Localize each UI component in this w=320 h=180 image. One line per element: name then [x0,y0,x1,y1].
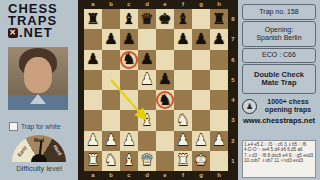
trap-type-line2: Mate Trap [243,79,315,88]
black-pawn-b7[interactable]: ♟ [104,32,117,47]
square-c3[interactable] [120,110,138,130]
black-bishop-f8[interactable]: ♝ [176,12,189,27]
square-h1[interactable] [210,151,228,171]
square-a7[interactable] [84,29,102,49]
square-f4[interactable] [174,90,192,110]
square-b7[interactable]: ♟ [102,29,120,49]
square-a8[interactable]: ♜ [84,9,102,29]
square-b1[interactable]: ♞ [102,151,120,171]
square-c2[interactable]: ♟ [120,131,138,151]
opening-name: Spanish Berlin [243,34,315,43]
square-a3[interactable] [84,110,102,130]
logo-suffix: .NET [19,27,53,39]
white-bishop-c1[interactable]: ♝ [122,153,135,168]
square-h8[interactable]: ♜ [210,9,228,29]
trap-for-white-checkbox[interactable] [9,122,18,131]
square-b8[interactable] [102,9,120,29]
square-a5[interactable] [84,70,102,90]
square-c5[interactable] [120,70,138,90]
site-logo: CHESS TRAPS ✕ .NET [8,3,78,39]
square-g6[interactable] [192,50,210,70]
square-g2[interactable]: ♟ [192,131,210,151]
square-f8[interactable]: ♝ [174,9,192,29]
square-c8[interactable]: ♝ [120,9,138,29]
square-h2[interactable]: ♟ [210,131,228,151]
white-knight-b1[interactable]: ♞ [104,153,117,168]
square-f7[interactable]: ♟ [174,29,192,49]
square-f3[interactable]: ♞ [174,110,192,130]
black-bishop-c8[interactable]: ♝ [122,12,135,27]
white-rook-a1[interactable]: ♜ [86,153,99,168]
brand-block: ♟ 1000+ chess opening traps www.chesstra… [242,98,316,125]
trap-number-box: Trap no. 158 [242,4,316,20]
opening-label: Opening: [243,26,315,35]
square-c6[interactable]: ♞ [120,50,138,70]
square-d4[interactable] [138,90,156,110]
white-pawn-c2[interactable]: ♟ [122,133,135,148]
square-c4[interactable] [120,90,138,110]
difficulty-gauge: Easy Med Hard [12,135,66,162]
square-f5[interactable] [174,70,192,90]
square-g7[interactable]: ♟ [192,29,210,49]
square-a6[interactable]: ♟ [84,50,102,70]
square-d7[interactable] [138,29,156,49]
square-e1[interactable] [156,151,174,171]
white-pawn-g2[interactable]: ♟ [194,133,207,148]
board-grid: ♜♝♛♚♝♜♟♟♟♟♟♟♞♟♟♟♞♝♞♟♟♟♟♟♟♜♞♝♛♜♚ [84,9,228,171]
square-b4[interactable] [102,90,120,110]
crossed-board-icon: ✕ [8,28,18,38]
square-h7[interactable]: ♟ [210,29,228,49]
info-panel: Trap no. 158 Opening: Spanish Berlin ECO… [238,0,320,180]
square-d3[interactable]: ♝ [138,110,156,130]
square-c7[interactable]: ♟ [120,29,138,49]
square-e4[interactable]: ♞ [156,90,174,110]
square-g5[interactable] [192,70,210,90]
white-pawn-b2[interactable]: ♟ [104,133,117,148]
trap-type-box: Double Check Mate Trap [242,64,316,94]
square-g1[interactable]: ♚ [192,151,210,171]
photo-face [24,57,52,93]
black-rook-h8[interactable]: ♜ [212,12,225,27]
square-b5[interactable] [102,70,120,90]
square-e8[interactable]: ♚ [156,9,174,29]
file-labels-top: abcdefgh [84,0,228,9]
black-pawn-f7[interactable]: ♟ [176,32,189,47]
black-knight-c6[interactable]: ♞ [122,52,135,67]
square-b2[interactable]: ♟ [102,131,120,151]
square-e3[interactable] [156,110,174,130]
white-pawn-a2[interactable]: ♟ [86,133,99,148]
square-h3[interactable] [210,110,228,130]
square-c1[interactable]: ♝ [120,151,138,171]
white-pawn-h2[interactable]: ♟ [212,133,225,148]
pawn-circle-icon: ♟ [242,99,257,114]
square-h4[interactable] [210,90,228,110]
square-g8[interactable] [192,9,210,29]
black-rook-a8[interactable]: ♜ [86,12,99,27]
site-url: www.chesstraps.net [242,116,316,125]
square-d8[interactable]: ♛ [138,9,156,29]
square-a2[interactable]: ♟ [84,131,102,151]
square-e7[interactable] [156,29,174,49]
opening-box: Opening: Spanish Berlin [242,21,316,47]
square-f2[interactable]: ♟ [174,131,192,151]
moves-list: 1.e4 e5 2.♘f3 ♘c6 3.♗b5 ♘f6 4.O-O ♘xe4 5… [242,140,316,178]
square-g4[interactable] [192,90,210,110]
black-pawn-a6[interactable]: ♟ [86,52,99,67]
black-knight-e4[interactable]: ♞ [158,93,171,108]
square-g3[interactable] [192,110,210,130]
square-f6[interactable] [174,50,192,70]
white-pawn-f2[interactable]: ♟ [176,133,189,148]
square-d2[interactable] [138,131,156,151]
white-king-g1[interactable]: ♚ [194,153,207,168]
brand-text: 1000+ chess opening traps [260,98,316,114]
black-pawn-d6[interactable]: ♟ [140,52,153,67]
square-a1[interactable]: ♜ [84,151,102,171]
difficulty-label: Difficulty level [0,164,78,173]
square-f1[interactable]: ♜ [174,151,192,171]
presenter-photo [8,47,68,110]
square-b3[interactable] [102,110,120,130]
square-d6[interactable]: ♟ [138,50,156,70]
black-pawn-e5[interactable]: ♟ [158,72,171,87]
white-queen-d1[interactable]: ♛ [140,153,153,168]
eco-box: ECO : C66 [242,48,316,63]
black-pawn-g7[interactable]: ♟ [194,32,207,47]
square-h5[interactable] [210,70,228,90]
white-knight-f3[interactable]: ♞ [176,113,189,128]
square-h6[interactable] [210,50,228,70]
square-d5[interactable]: ♟ [138,70,156,90]
trap-for-white-label: Trap for white [21,123,61,130]
file-labels-bottom: abcdefgh [84,171,228,180]
white-bishop-d3[interactable]: ♝ [140,113,153,128]
rank-labels: 87654321 [228,9,238,171]
square-b6[interactable] [102,50,120,70]
white-rook-f1[interactable]: ♜ [176,153,189,168]
black-pawn-h7[interactable]: ♟ [212,32,225,47]
black-king-e8[interactable]: ♚ [158,12,171,27]
black-queen-d8[interactable]: ♛ [140,12,153,27]
white-pawn-d5[interactable]: ♟ [140,72,153,87]
black-pawn-c7[interactable]: ♟ [122,32,135,47]
trap-for-white-row: Trap for white [9,122,61,131]
sidebar: CHESS TRAPS ✕ .NET Trap for white Easy M… [0,0,78,180]
square-d1[interactable]: ♛ [138,151,156,171]
chess-board: abcdefgh ♜♝♛♚♝♜♟♟♟♟♟♟♞♟♟♟♞♝♞♟♟♟♟♟♟♜♞♝♛♜♚… [78,0,238,180]
square-e2[interactable] [156,131,174,151]
square-a4[interactable] [84,90,102,110]
square-e6[interactable] [156,50,174,70]
square-e5[interactable]: ♟ [156,70,174,90]
video-frame: CHESS TRAPS ✕ .NET Trap for white Easy M… [0,0,320,180]
